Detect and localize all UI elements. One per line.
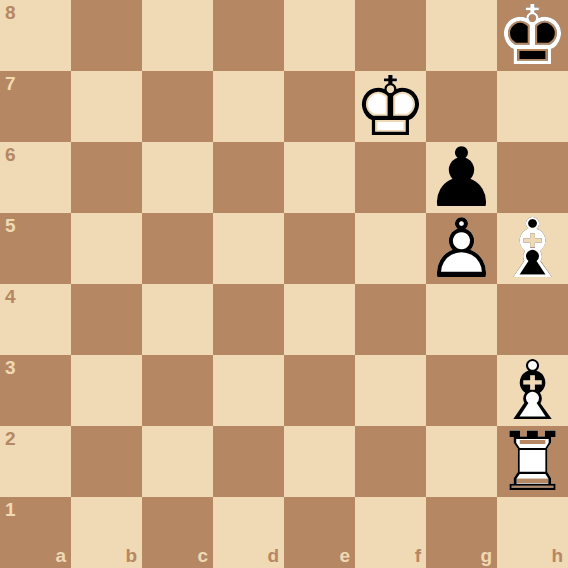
square-c2[interactable] xyxy=(142,426,213,497)
square-g4[interactable] xyxy=(426,284,497,355)
square-h5[interactable]: ♝♗ xyxy=(497,213,568,284)
square-f4[interactable] xyxy=(355,284,426,355)
square-c4[interactable] xyxy=(142,284,213,355)
square-c7[interactable] xyxy=(142,71,213,142)
square-b1[interactable]: b xyxy=(71,497,142,568)
piece-white-rook[interactable]: ♜♖ xyxy=(497,426,568,497)
file-label-f: f xyxy=(415,546,421,565)
square-a1[interactable]: 1a xyxy=(0,497,71,568)
square-f8[interactable] xyxy=(355,0,426,71)
square-a7[interactable]: 7 xyxy=(0,71,71,142)
square-e8[interactable] xyxy=(284,0,355,71)
file-label-g: g xyxy=(480,546,492,565)
square-a8[interactable]: 8 xyxy=(0,0,71,71)
square-d8[interactable] xyxy=(213,0,284,71)
square-h8[interactable]: ♚♔ xyxy=(497,0,568,71)
rank-label-4: 4 xyxy=(5,287,16,306)
square-f6[interactable] xyxy=(355,142,426,213)
square-d7[interactable] xyxy=(213,71,284,142)
square-e6[interactable] xyxy=(284,142,355,213)
square-d2[interactable] xyxy=(213,426,284,497)
square-d1[interactable]: d xyxy=(213,497,284,568)
square-a2[interactable]: 2 xyxy=(0,426,71,497)
square-b4[interactable] xyxy=(71,284,142,355)
square-b7[interactable] xyxy=(71,71,142,142)
square-a4[interactable]: 4 xyxy=(0,284,71,355)
rank-label-1: 1 xyxy=(5,500,16,519)
square-g2[interactable] xyxy=(426,426,497,497)
piece-white-bishop[interactable]: ♝♗ xyxy=(497,355,568,426)
square-c6[interactable] xyxy=(142,142,213,213)
rank-label-8: 8 xyxy=(5,3,16,22)
file-label-h: h xyxy=(551,546,563,565)
square-f1[interactable]: f xyxy=(355,497,426,568)
square-g8[interactable] xyxy=(426,0,497,71)
square-g1[interactable]: g xyxy=(426,497,497,568)
piece-black-bishop[interactable]: ♝♗ xyxy=(497,213,568,284)
square-e2[interactable] xyxy=(284,426,355,497)
square-g7[interactable] xyxy=(426,71,497,142)
square-f7[interactable]: ♚♔ xyxy=(355,71,426,142)
square-h2[interactable]: ♜♖ xyxy=(497,426,568,497)
file-label-d: d xyxy=(267,546,279,565)
square-b3[interactable] xyxy=(71,355,142,426)
square-c5[interactable] xyxy=(142,213,213,284)
square-g6[interactable]: ♟ xyxy=(426,142,497,213)
rank-label-7: 7 xyxy=(5,74,16,93)
file-label-e: e xyxy=(339,546,350,565)
square-d3[interactable] xyxy=(213,355,284,426)
square-h3[interactable]: ♝♗ xyxy=(497,355,568,426)
square-b5[interactable] xyxy=(71,213,142,284)
rank-label-6: 6 xyxy=(5,145,16,164)
square-c3[interactable] xyxy=(142,355,213,426)
chess-board: 8♚♔7♚♔6♟5♟♙♝♗43♝♗2♜♖1abcdefgh xyxy=(0,0,568,568)
square-h4[interactable] xyxy=(497,284,568,355)
square-e5[interactable] xyxy=(284,213,355,284)
square-f2[interactable] xyxy=(355,426,426,497)
square-g5[interactable]: ♟♙ xyxy=(426,213,497,284)
square-d6[interactable] xyxy=(213,142,284,213)
file-label-a: a xyxy=(55,546,66,565)
file-label-c: c xyxy=(197,546,208,565)
square-e1[interactable]: e xyxy=(284,497,355,568)
square-b6[interactable] xyxy=(71,142,142,213)
square-a3[interactable]: 3 xyxy=(0,355,71,426)
square-e3[interactable] xyxy=(284,355,355,426)
square-h7[interactable] xyxy=(497,71,568,142)
rank-label-3: 3 xyxy=(5,358,16,377)
piece-black-king[interactable]: ♚♔ xyxy=(497,0,568,71)
square-d5[interactable] xyxy=(213,213,284,284)
square-f3[interactable] xyxy=(355,355,426,426)
square-b8[interactable] xyxy=(71,0,142,71)
square-d4[interactable] xyxy=(213,284,284,355)
square-b2[interactable] xyxy=(71,426,142,497)
square-h1[interactable]: h xyxy=(497,497,568,568)
rank-label-2: 2 xyxy=(5,429,16,448)
square-e4[interactable] xyxy=(284,284,355,355)
file-label-b: b xyxy=(125,546,137,565)
piece-white-pawn[interactable]: ♟♙ xyxy=(426,213,497,284)
piece-black-pawn[interactable]: ♟ xyxy=(426,142,497,213)
square-e7[interactable] xyxy=(284,71,355,142)
rank-label-5: 5 xyxy=(5,216,16,235)
square-c1[interactable]: c xyxy=(142,497,213,568)
square-a5[interactable]: 5 xyxy=(0,213,71,284)
square-a6[interactable]: 6 xyxy=(0,142,71,213)
square-h6[interactable] xyxy=(497,142,568,213)
square-f5[interactable] xyxy=(355,213,426,284)
square-g3[interactable] xyxy=(426,355,497,426)
square-c8[interactable] xyxy=(142,0,213,71)
piece-white-king[interactable]: ♚♔ xyxy=(355,71,426,142)
